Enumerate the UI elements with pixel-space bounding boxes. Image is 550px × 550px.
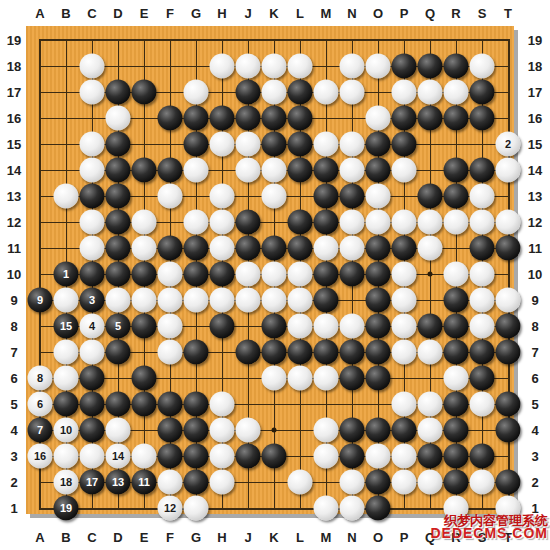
white-stone-H13 bbox=[210, 184, 235, 209]
move-number-label: 6 bbox=[37, 399, 43, 410]
black-stone-M9 bbox=[314, 288, 339, 313]
black-stone-H16 bbox=[210, 106, 235, 131]
white-stone-N18 bbox=[340, 54, 365, 79]
black-stone-Q3 bbox=[418, 444, 443, 469]
white-stone-T9 bbox=[496, 288, 521, 313]
coord-label-top: J bbox=[244, 6, 251, 21]
white-stone-H4 bbox=[210, 418, 235, 443]
watermark-dedecms-text: DEDECMS.COM bbox=[430, 527, 548, 539]
black-stone-C9: 3 bbox=[80, 288, 105, 313]
white-stone-O18 bbox=[366, 54, 391, 79]
black-stone-E8 bbox=[132, 314, 157, 339]
coord-label-right: 11 bbox=[528, 241, 542, 256]
black-stone-O7 bbox=[366, 340, 391, 365]
coord-label-top: P bbox=[400, 6, 409, 21]
black-stone-F16 bbox=[158, 106, 183, 131]
black-stone-E14 bbox=[132, 158, 157, 183]
coord-label-top: T bbox=[504, 6, 512, 21]
white-stone-P17 bbox=[392, 80, 417, 105]
white-stone-S10 bbox=[470, 262, 495, 287]
black-stone-E6 bbox=[132, 366, 157, 391]
black-stone-B10: 1 bbox=[54, 262, 79, 287]
coord-label-bottom: P bbox=[400, 530, 409, 545]
white-stone-K9 bbox=[262, 288, 287, 313]
white-stone-J15 bbox=[236, 132, 261, 157]
white-stone-M8 bbox=[314, 314, 339, 339]
black-stone-C4 bbox=[80, 418, 105, 443]
black-stone-E2: 11 bbox=[132, 470, 157, 495]
black-stone-F14 bbox=[158, 158, 183, 183]
coord-label-left: 11 bbox=[7, 241, 21, 256]
coord-label-right: 5 bbox=[531, 397, 538, 412]
go-board[interactable]: 21931545867101614181713111912 bbox=[26, 26, 514, 514]
coord-label-top: G bbox=[191, 6, 201, 21]
white-stone-H3 bbox=[210, 444, 235, 469]
coord-label-right: 9 bbox=[531, 293, 538, 308]
white-stone-P5 bbox=[392, 392, 417, 417]
coord-label-bottom: H bbox=[217, 530, 226, 545]
black-stone-E10 bbox=[132, 262, 157, 287]
coord-label-right: 4 bbox=[531, 423, 538, 438]
coord-label-left: 16 bbox=[7, 111, 21, 126]
white-stone-L2 bbox=[288, 470, 313, 495]
coord-label-left: 12 bbox=[7, 215, 21, 230]
white-stone-F2 bbox=[158, 470, 183, 495]
white-stone-H18 bbox=[210, 54, 235, 79]
black-stone-N10 bbox=[340, 262, 365, 287]
black-stone-N13 bbox=[340, 184, 365, 209]
coord-label-left: 15 bbox=[7, 137, 21, 152]
white-stone-T12 bbox=[496, 210, 521, 235]
move-number-label: 13 bbox=[112, 477, 124, 488]
coord-label-top: L bbox=[296, 6, 304, 21]
black-stone-J12 bbox=[236, 210, 261, 235]
black-stone-E17 bbox=[132, 80, 157, 105]
black-stone-O9 bbox=[366, 288, 391, 313]
white-stone-K14 bbox=[262, 158, 287, 183]
black-stone-K11 bbox=[262, 236, 287, 261]
coord-label-right: 2 bbox=[531, 475, 538, 490]
black-stone-F4 bbox=[158, 418, 183, 443]
white-stone-P8 bbox=[392, 314, 417, 339]
white-stone-A5: 6 bbox=[28, 392, 53, 417]
white-stone-T14 bbox=[496, 158, 521, 183]
black-stone-S11 bbox=[470, 236, 495, 261]
white-stone-G14 bbox=[184, 158, 209, 183]
coord-label-bottom: F bbox=[166, 530, 174, 545]
move-number-label: 11 bbox=[138, 477, 150, 488]
coord-label-right: 16 bbox=[528, 111, 542, 126]
coord-label-left: 14 bbox=[7, 163, 21, 178]
black-stone-S16 bbox=[470, 106, 495, 131]
black-stone-L12 bbox=[288, 210, 313, 235]
white-stone-Q4 bbox=[418, 418, 443, 443]
black-stone-E5 bbox=[132, 392, 157, 417]
white-stone-A3: 16 bbox=[28, 444, 53, 469]
white-stone-C17 bbox=[80, 80, 105, 105]
white-stone-Q17 bbox=[418, 80, 443, 105]
black-stone-O15 bbox=[366, 132, 391, 157]
black-stone-L14 bbox=[288, 158, 313, 183]
white-stone-H9 bbox=[210, 288, 235, 313]
black-stone-J11 bbox=[236, 236, 261, 261]
coord-label-top: K bbox=[269, 6, 278, 21]
black-stone-J3 bbox=[236, 444, 261, 469]
black-stone-N7 bbox=[340, 340, 365, 365]
white-stone-F10 bbox=[158, 262, 183, 287]
white-stone-C15 bbox=[80, 132, 105, 157]
white-stone-B13 bbox=[54, 184, 79, 209]
coord-label-left: 10 bbox=[7, 267, 21, 282]
black-stone-D5 bbox=[106, 392, 131, 417]
white-stone-B4: 10 bbox=[54, 418, 79, 443]
white-stone-E9 bbox=[132, 288, 157, 313]
white-stone-B7 bbox=[54, 340, 79, 365]
coord-label-top: F bbox=[166, 6, 174, 21]
coord-label-top: N bbox=[347, 6, 356, 21]
coord-label-right: 7 bbox=[531, 345, 538, 360]
white-stone-F1: 12 bbox=[158, 496, 183, 521]
black-stone-F11 bbox=[158, 236, 183, 261]
white-stone-P10 bbox=[392, 262, 417, 287]
coord-label-top: E bbox=[140, 6, 149, 21]
move-number-label: 18 bbox=[60, 477, 72, 488]
coord-label-top: B bbox=[61, 6, 70, 21]
white-stone-H2 bbox=[210, 470, 235, 495]
white-stone-P14 bbox=[392, 158, 417, 183]
black-stone-N3 bbox=[340, 444, 365, 469]
black-stone-L17 bbox=[288, 80, 313, 105]
black-stone-P16 bbox=[392, 106, 417, 131]
white-stone-S13 bbox=[470, 184, 495, 209]
black-stone-G2 bbox=[184, 470, 209, 495]
black-stone-R7 bbox=[444, 340, 469, 365]
coord-label-bottom: L bbox=[296, 530, 304, 545]
white-stone-D3: 14 bbox=[106, 444, 131, 469]
coord-label-top: S bbox=[478, 6, 487, 21]
white-stone-N2 bbox=[340, 470, 365, 495]
black-stone-R14 bbox=[444, 158, 469, 183]
star-point bbox=[428, 272, 433, 277]
black-stone-D17 bbox=[106, 80, 131, 105]
black-stone-B8: 15 bbox=[54, 314, 79, 339]
white-stone-F7 bbox=[158, 340, 183, 365]
black-stone-T11 bbox=[496, 236, 521, 261]
black-stone-G4 bbox=[184, 418, 209, 443]
white-stone-C14 bbox=[80, 158, 105, 183]
white-stone-L10 bbox=[288, 262, 313, 287]
coord-label-top: D bbox=[113, 6, 122, 21]
black-stone-S3 bbox=[470, 444, 495, 469]
white-stone-N17 bbox=[340, 80, 365, 105]
white-stone-G17 bbox=[184, 80, 209, 105]
white-stone-B2: 18 bbox=[54, 470, 79, 495]
black-stone-M10 bbox=[314, 262, 339, 287]
black-stone-C5 bbox=[80, 392, 105, 417]
coord-label-bottom: C bbox=[87, 530, 96, 545]
move-number-label: 16 bbox=[34, 451, 46, 462]
coord-label-right: 13 bbox=[528, 189, 542, 204]
black-stone-D11 bbox=[106, 236, 131, 261]
coord-label-left: 6 bbox=[10, 371, 17, 386]
black-stone-K16 bbox=[262, 106, 287, 131]
white-stone-M11 bbox=[314, 236, 339, 261]
white-stone-H12 bbox=[210, 210, 235, 235]
white-stone-C11 bbox=[80, 236, 105, 261]
black-stone-G15 bbox=[184, 132, 209, 157]
black-stone-M14 bbox=[314, 158, 339, 183]
coord-label-right: 18 bbox=[528, 59, 542, 74]
white-stone-A6: 8 bbox=[28, 366, 53, 391]
white-stone-R12 bbox=[444, 210, 469, 235]
black-stone-H8 bbox=[210, 314, 235, 339]
black-stone-K15 bbox=[262, 132, 287, 157]
coord-label-left: 9 bbox=[10, 293, 17, 308]
coord-label-bottom: M bbox=[321, 530, 332, 545]
black-stone-B5 bbox=[54, 392, 79, 417]
black-stone-R13 bbox=[444, 184, 469, 209]
black-stone-O8 bbox=[366, 314, 391, 339]
white-stone-M15 bbox=[314, 132, 339, 157]
black-stone-T7 bbox=[496, 340, 521, 365]
white-stone-M1 bbox=[314, 496, 339, 521]
black-stone-P15 bbox=[392, 132, 417, 157]
white-stone-N15 bbox=[340, 132, 365, 157]
coord-label-left: 5 bbox=[10, 397, 17, 412]
black-stone-S17 bbox=[470, 80, 495, 105]
white-stone-D9 bbox=[106, 288, 131, 313]
black-stone-F3 bbox=[158, 444, 183, 469]
white-stone-M6 bbox=[314, 366, 339, 391]
black-stone-A9: 9 bbox=[28, 288, 53, 313]
black-stone-R9 bbox=[444, 288, 469, 313]
white-stone-L18 bbox=[288, 54, 313, 79]
black-stone-D2: 13 bbox=[106, 470, 131, 495]
white-stone-P7 bbox=[392, 340, 417, 365]
black-stone-G5 bbox=[184, 392, 209, 417]
coord-label-bottom: N bbox=[347, 530, 356, 545]
white-stone-F13 bbox=[158, 184, 183, 209]
black-stone-J17 bbox=[236, 80, 261, 105]
black-stone-C10 bbox=[80, 262, 105, 287]
black-stone-R4 bbox=[444, 418, 469, 443]
white-stone-S9 bbox=[470, 288, 495, 313]
coord-label-top: C bbox=[87, 6, 96, 21]
white-stone-C3 bbox=[80, 444, 105, 469]
white-stone-Q5 bbox=[418, 392, 443, 417]
black-stone-T8 bbox=[496, 314, 521, 339]
black-stone-D10 bbox=[106, 262, 131, 287]
white-stone-G1 bbox=[184, 496, 209, 521]
black-stone-L7 bbox=[288, 340, 313, 365]
coord-label-top: Q bbox=[425, 6, 435, 21]
coord-label-bottom: O bbox=[373, 530, 383, 545]
black-stone-D15 bbox=[106, 132, 131, 157]
coord-label-top: H bbox=[217, 6, 226, 21]
black-stone-N6 bbox=[340, 366, 365, 391]
black-stone-Q16 bbox=[418, 106, 443, 131]
black-stone-T5 bbox=[496, 392, 521, 417]
black-stone-O10 bbox=[366, 262, 391, 287]
black-stone-G7 bbox=[184, 340, 209, 365]
white-stone-N8 bbox=[340, 314, 365, 339]
black-stone-Q13 bbox=[418, 184, 443, 209]
black-stone-P4 bbox=[392, 418, 417, 443]
black-stone-P18 bbox=[392, 54, 417, 79]
coord-label-bottom: E bbox=[140, 530, 149, 545]
black-stone-D14 bbox=[106, 158, 131, 183]
white-stone-J10 bbox=[236, 262, 261, 287]
black-stone-R2 bbox=[444, 470, 469, 495]
move-number-label: 10 bbox=[60, 425, 72, 436]
white-stone-F9 bbox=[158, 288, 183, 313]
move-number-label: 12 bbox=[164, 503, 176, 514]
move-number-label: 7 bbox=[37, 425, 43, 436]
move-number-label: 2 bbox=[505, 139, 511, 150]
black-stone-M13 bbox=[314, 184, 339, 209]
black-stone-O4 bbox=[366, 418, 391, 443]
coord-label-right: 14 bbox=[528, 163, 542, 178]
move-number-label: 3 bbox=[89, 295, 95, 306]
white-stone-B6 bbox=[54, 366, 79, 391]
black-stone-K8 bbox=[262, 314, 287, 339]
coord-label-left: 7 bbox=[10, 345, 17, 360]
coord-label-left: 4 bbox=[10, 423, 17, 438]
black-stone-J16 bbox=[236, 106, 261, 131]
white-stone-K18 bbox=[262, 54, 287, 79]
coord-label-right: 15 bbox=[528, 137, 542, 152]
coord-label-right: 17 bbox=[528, 85, 542, 100]
move-number-label: 14 bbox=[112, 451, 124, 462]
black-stone-A4: 7 bbox=[28, 418, 53, 443]
move-number-label: 8 bbox=[37, 373, 43, 384]
black-stone-C2: 17 bbox=[80, 470, 105, 495]
coord-label-bottom: K bbox=[269, 530, 278, 545]
white-stone-C8: 4 bbox=[80, 314, 105, 339]
white-stone-H15 bbox=[210, 132, 235, 157]
black-stone-O6 bbox=[366, 366, 391, 391]
coord-label-right: 8 bbox=[531, 319, 538, 334]
white-stone-Q12 bbox=[418, 210, 443, 235]
black-stone-R16 bbox=[444, 106, 469, 131]
white-stone-K17 bbox=[262, 80, 287, 105]
black-stone-G16 bbox=[184, 106, 209, 131]
white-stone-P3 bbox=[392, 444, 417, 469]
black-stone-L15 bbox=[288, 132, 313, 157]
white-stone-R6 bbox=[444, 366, 469, 391]
coord-label-right: 12 bbox=[528, 215, 542, 230]
black-stone-R5 bbox=[444, 392, 469, 417]
coord-label-left: 2 bbox=[10, 475, 17, 490]
black-stone-O14 bbox=[366, 158, 391, 183]
white-stone-E11 bbox=[132, 236, 157, 261]
coord-label-right: 10 bbox=[528, 267, 542, 282]
black-stone-O11 bbox=[366, 236, 391, 261]
coord-label-left: 18 bbox=[7, 59, 21, 74]
white-stone-N12 bbox=[340, 210, 365, 235]
white-stone-C18 bbox=[80, 54, 105, 79]
white-stone-Q7 bbox=[418, 340, 443, 365]
white-stone-S5 bbox=[470, 392, 495, 417]
coord-label-bottom: B bbox=[61, 530, 70, 545]
black-stone-O1 bbox=[366, 496, 391, 521]
coord-label-top: R bbox=[451, 6, 460, 21]
black-stone-T4 bbox=[496, 418, 521, 443]
black-stone-R8 bbox=[444, 314, 469, 339]
white-stone-D4 bbox=[106, 418, 131, 443]
white-stone-C12 bbox=[80, 210, 105, 235]
white-stone-G12 bbox=[184, 210, 209, 235]
white-stone-R10 bbox=[444, 262, 469, 287]
white-stone-H11 bbox=[210, 236, 235, 261]
watermark: 织梦内容管理系统 DEDECMS.COM bbox=[430, 515, 548, 539]
move-number-label: 1 bbox=[63, 269, 69, 280]
white-stone-M3 bbox=[314, 444, 339, 469]
black-stone-D12 bbox=[106, 210, 131, 235]
black-stone-K3 bbox=[262, 444, 287, 469]
coord-label-bottom: A bbox=[35, 530, 44, 545]
white-stone-O12 bbox=[366, 210, 391, 235]
white-stone-O13 bbox=[366, 184, 391, 209]
black-stone-K7 bbox=[262, 340, 287, 365]
white-stone-N1 bbox=[340, 496, 365, 521]
black-stone-C13 bbox=[80, 184, 105, 209]
go-diagram-page: 21931545867101614181713111912 AABBCCDDEE… bbox=[0, 0, 550, 550]
black-stone-B1: 19 bbox=[54, 496, 79, 521]
black-stone-M7 bbox=[314, 340, 339, 365]
black-stone-C6 bbox=[80, 366, 105, 391]
white-stone-N11 bbox=[340, 236, 365, 261]
white-stone-F8 bbox=[158, 314, 183, 339]
black-stone-R3 bbox=[444, 444, 469, 469]
coord-label-right: 6 bbox=[531, 371, 538, 386]
coord-label-bottom: D bbox=[113, 530, 122, 545]
move-number-label: 5 bbox=[115, 321, 121, 332]
coord-label-top: M bbox=[321, 6, 332, 21]
white-stone-S12 bbox=[470, 210, 495, 235]
coord-label-top: O bbox=[373, 6, 383, 21]
white-stone-T15: 2 bbox=[496, 132, 521, 157]
move-number-label: 17 bbox=[86, 477, 98, 488]
white-stone-B3 bbox=[54, 444, 79, 469]
white-stone-M17 bbox=[314, 80, 339, 105]
white-stone-K13 bbox=[262, 184, 287, 209]
black-stone-N4 bbox=[340, 418, 365, 443]
move-number-label: 9 bbox=[37, 295, 43, 306]
black-stone-G10 bbox=[184, 262, 209, 287]
white-stone-L9 bbox=[288, 288, 313, 313]
black-stone-Q18 bbox=[418, 54, 443, 79]
coord-label-left: 8 bbox=[10, 319, 17, 334]
white-stone-J18 bbox=[236, 54, 261, 79]
black-stone-P11 bbox=[392, 236, 417, 261]
white-stone-J4 bbox=[236, 418, 261, 443]
coord-label-left: 17 bbox=[7, 85, 21, 100]
black-stone-M12 bbox=[314, 210, 339, 235]
white-stone-E3 bbox=[132, 444, 157, 469]
black-stone-D13 bbox=[106, 184, 131, 209]
move-number-label: 4 bbox=[89, 321, 95, 332]
coord-label-left: 19 bbox=[7, 33, 21, 48]
white-stone-K6 bbox=[262, 366, 287, 391]
black-stone-G3 bbox=[184, 444, 209, 469]
white-stone-P12 bbox=[392, 210, 417, 235]
black-stone-J7 bbox=[236, 340, 261, 365]
black-stone-H10 bbox=[210, 262, 235, 287]
white-stone-H5 bbox=[210, 392, 235, 417]
white-stone-L6 bbox=[288, 366, 313, 391]
move-number-label: 19 bbox=[60, 503, 72, 514]
